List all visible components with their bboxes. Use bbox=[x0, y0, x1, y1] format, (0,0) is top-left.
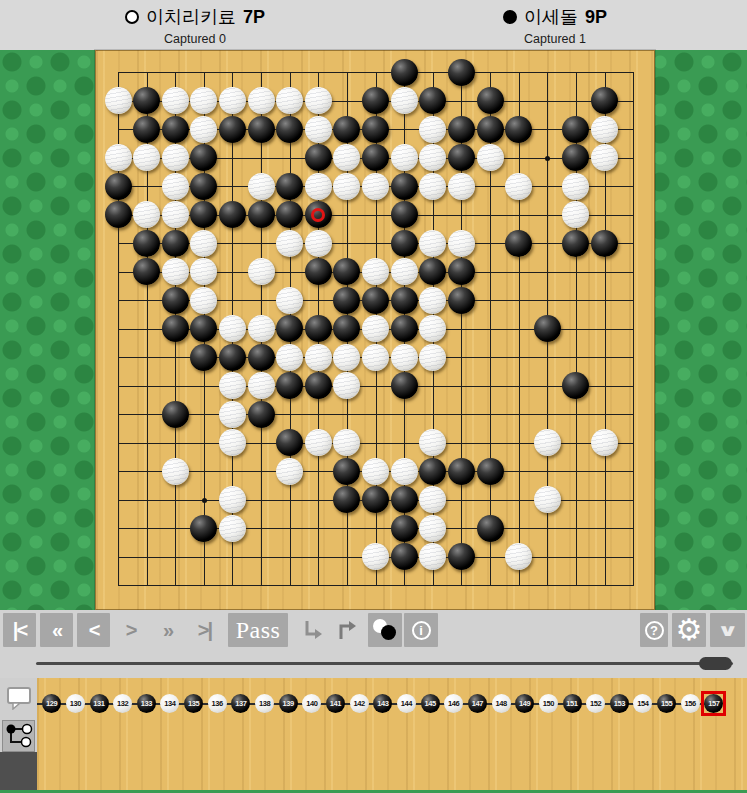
black-player-name: 이세돌 bbox=[524, 5, 578, 29]
board-stone-black-c4r17 bbox=[190, 515, 217, 542]
board-stone-white-c12r18 bbox=[419, 543, 446, 570]
board-stone-white-c6r12 bbox=[248, 372, 275, 399]
board-stone-white-c8r11 bbox=[305, 344, 332, 371]
board-stone-black-c3r9 bbox=[162, 287, 189, 314]
board-stone-white-c7r11 bbox=[276, 344, 303, 371]
goban[interactable] bbox=[95, 50, 655, 610]
board-stone-white-c18r4 bbox=[591, 144, 618, 171]
board-stone-black-c2r3 bbox=[133, 116, 160, 143]
info-icon: i bbox=[412, 621, 431, 640]
board-stone-black-c2r8 bbox=[133, 258, 160, 285]
white-player-rank: 7P bbox=[243, 7, 265, 28]
board-stone-black-c11r16 bbox=[391, 486, 418, 513]
go-review-app: 이치리키료 7P Captured 0 이세돌 9P Captured 1 |<… bbox=[0, 0, 747, 793]
board-stone-black-c17r4 bbox=[562, 144, 589, 171]
board-stone-black-c12r8 bbox=[419, 258, 446, 285]
board-stone-white-c13r5 bbox=[448, 173, 475, 200]
board-stone-black-c9r3 bbox=[333, 116, 360, 143]
sidebar-footer bbox=[0, 752, 37, 790]
move-slider-track[interactable] bbox=[36, 662, 733, 665]
board-stone-white-c3r5 bbox=[162, 173, 189, 200]
grid-line bbox=[118, 585, 634, 586]
branch-up-arrow-icon[interactable] bbox=[332, 613, 364, 647]
board-stone-white-c10r18 bbox=[362, 543, 389, 570]
board-stone-black-c14r2 bbox=[477, 87, 504, 114]
forward-button-icon: > bbox=[126, 620, 136, 640]
board-stone-white-c8r5 bbox=[305, 173, 332, 200]
board-stone-black-c4r6 bbox=[190, 201, 217, 228]
board-stone-black-c2r7 bbox=[133, 230, 160, 257]
board-stone-black-c11r5 bbox=[391, 173, 418, 200]
board-stone-white-c8r2 bbox=[305, 87, 332, 114]
timeline-sidebar bbox=[0, 678, 37, 790]
board-stone-white-c2r4 bbox=[133, 144, 160, 171]
white-player: 이치리키료 7P Captured 0 bbox=[100, 4, 290, 46]
board-stone-white-c2r6 bbox=[133, 201, 160, 228]
board-stone-black-c13r4 bbox=[448, 144, 475, 171]
board-stone-black-c14r15 bbox=[477, 458, 504, 485]
board-stone-black-c3r3 bbox=[162, 116, 189, 143]
board-stone-white-c13r7 bbox=[448, 230, 475, 257]
board-stone-white-c6r5 bbox=[248, 173, 275, 200]
grid-line bbox=[118, 414, 634, 415]
pass-button[interactable]: Pass bbox=[228, 613, 288, 647]
board-stone-black-c17r3 bbox=[562, 116, 589, 143]
board-stone-white-c6r8 bbox=[248, 258, 275, 285]
board-stone-black-c5r11 bbox=[219, 344, 246, 371]
board-stone-white-c17r5 bbox=[562, 173, 589, 200]
chevron-down-icon: ∨ bbox=[716, 620, 738, 641]
board-stone-white-c5r12 bbox=[219, 372, 246, 399]
board-stone-white-c5r10 bbox=[219, 315, 246, 342]
forward-button[interactable]: > bbox=[114, 613, 147, 647]
board-stone-black-c11r9 bbox=[391, 287, 418, 314]
timeline-move-134[interactable]: 134 bbox=[160, 694, 179, 713]
board-stone-black-c7r10 bbox=[276, 315, 303, 342]
board-stone-black-c6r3 bbox=[248, 116, 275, 143]
timeline-move-144[interactable]: 144 bbox=[397, 694, 416, 713]
timeline-move-147[interactable]: 147 bbox=[468, 694, 487, 713]
board-stone-black-c11r18 bbox=[391, 543, 418, 570]
board-stone-black-c5r3 bbox=[219, 116, 246, 143]
black-captured-count: Captured 1 bbox=[524, 32, 586, 46]
board-stone-white-c9r14 bbox=[333, 429, 360, 456]
board-stone-black-c8r8 bbox=[305, 258, 332, 285]
timeline-move-129[interactable]: 129 bbox=[42, 694, 61, 713]
board-stone-black-c10r2 bbox=[362, 87, 389, 114]
board-stone-black-c4r4 bbox=[190, 144, 217, 171]
board-stone-white-c12r11 bbox=[419, 344, 446, 371]
board-stone-black-c12r15 bbox=[419, 458, 446, 485]
collapse-button[interactable]: ∨ bbox=[710, 613, 745, 647]
first-move-button[interactable]: |< bbox=[3, 613, 36, 647]
timeline-move-143[interactable]: 143 bbox=[373, 694, 392, 713]
board-stone-white-c11r2 bbox=[391, 87, 418, 114]
timeline-move-154[interactable]: 154 bbox=[633, 694, 652, 713]
board-stone-white-c9r5 bbox=[333, 173, 360, 200]
timeline-move-142[interactable]: 142 bbox=[350, 694, 369, 713]
timeline-move-151[interactable]: 151 bbox=[563, 694, 582, 713]
board-stone-white-c1r4 bbox=[105, 144, 132, 171]
board-stone-black-c17r7 bbox=[562, 230, 589, 257]
board-stone-white-c12r17 bbox=[419, 515, 446, 542]
board-stone-black-c6r11 bbox=[248, 344, 275, 371]
board-stone-white-c4r2 bbox=[190, 87, 217, 114]
board-stone-white-c18r14 bbox=[591, 429, 618, 456]
board-stone-black-c9r8 bbox=[333, 258, 360, 285]
board-stone-white-c12r4 bbox=[419, 144, 446, 171]
first-move-button-icon: |< bbox=[13, 620, 26, 640]
board-stone-black-c15r7 bbox=[505, 230, 532, 257]
board-stone-black-c10r4 bbox=[362, 144, 389, 171]
help-button[interactable]: ? bbox=[640, 613, 668, 647]
board-stone-white-c4r8 bbox=[190, 258, 217, 285]
board-stone-white-c4r9 bbox=[190, 287, 217, 314]
black-player: 이세돌 9P Captured 1 bbox=[475, 4, 635, 46]
timeline-move-139[interactable]: 139 bbox=[279, 694, 298, 713]
timeline-move-135[interactable]: 135 bbox=[184, 694, 203, 713]
board-stone-black-c9r9 bbox=[333, 287, 360, 314]
timeline-strip[interactable]: 1291301311321331341351361371381391401411… bbox=[37, 678, 747, 790]
board-stone-white-c16r14 bbox=[534, 429, 561, 456]
board-stone-black-c18r7 bbox=[591, 230, 618, 257]
board-stone-black-c7r12 bbox=[276, 372, 303, 399]
board-stone-white-c7r2 bbox=[276, 87, 303, 114]
board-stone-black-c13r3 bbox=[448, 116, 475, 143]
board-stone-black-c18r2 bbox=[591, 87, 618, 114]
white-player-name: 이치리키료 bbox=[146, 5, 236, 29]
board-stone-white-c10r11 bbox=[362, 344, 389, 371]
board-stone-black-c3r13 bbox=[162, 401, 189, 428]
board-stone-white-c5r2 bbox=[219, 87, 246, 114]
fast-back-button-icon: « bbox=[52, 620, 61, 640]
variation-tree-button[interactable] bbox=[2, 720, 35, 752]
board-stone-white-c6r10 bbox=[248, 315, 275, 342]
white-stone-icon bbox=[125, 10, 139, 24]
board-stone-black-c8r6 bbox=[305, 201, 332, 228]
board-stone-black-c7r6 bbox=[276, 201, 303, 228]
board-stone-white-c3r6 bbox=[162, 201, 189, 228]
board-stone-black-c7r5 bbox=[276, 173, 303, 200]
back-button-icon: < bbox=[89, 620, 99, 640]
timeline-move-132[interactable]: 132 bbox=[113, 694, 132, 713]
board-stone-black-c10r9 bbox=[362, 287, 389, 314]
board-stone-white-c12r5 bbox=[419, 173, 446, 200]
board-stone-white-c3r4 bbox=[162, 144, 189, 171]
help-icon: ? bbox=[645, 621, 664, 640]
board-stone-black-c13r18 bbox=[448, 543, 475, 570]
grid-line bbox=[633, 72, 634, 586]
board-stone-black-c11r7 bbox=[391, 230, 418, 257]
board-stone-black-c6r13 bbox=[248, 401, 275, 428]
board-stone-white-c9r12 bbox=[333, 372, 360, 399]
board-stone-black-c2r2 bbox=[133, 87, 160, 114]
board-stone-white-c7r15 bbox=[276, 458, 303, 485]
timeline-move-146[interactable]: 146 bbox=[444, 694, 463, 713]
board-stone-white-c14r4 bbox=[477, 144, 504, 171]
board-stone-white-c12r7 bbox=[419, 230, 446, 257]
black-player-rank: 9P bbox=[585, 7, 607, 28]
board-stone-black-c13r1 bbox=[448, 59, 475, 86]
board-stone-white-c11r4 bbox=[391, 144, 418, 171]
board-stone-black-c8r10 bbox=[305, 315, 332, 342]
board-stone-black-c14r3 bbox=[477, 116, 504, 143]
board-stone-white-c10r5 bbox=[362, 173, 389, 200]
board-stone-white-c5r16 bbox=[219, 486, 246, 513]
board-stone-black-c14r17 bbox=[477, 515, 504, 542]
board-stone-white-c8r3 bbox=[305, 116, 332, 143]
star-point bbox=[545, 156, 550, 161]
board-stone-white-c5r17 bbox=[219, 515, 246, 542]
board-stone-white-c11r15 bbox=[391, 458, 418, 485]
timeline-move-131[interactable]: 131 bbox=[90, 694, 109, 713]
board-stone-black-c10r3 bbox=[362, 116, 389, 143]
board-stone-black-c15r3 bbox=[505, 116, 532, 143]
timeline-move-141[interactable]: 141 bbox=[326, 694, 345, 713]
toggle-black-stone-icon bbox=[381, 625, 396, 640]
board-stone-black-c5r6 bbox=[219, 201, 246, 228]
timeline-move-137[interactable]: 137 bbox=[231, 694, 250, 713]
board-stone-white-c15r18 bbox=[505, 543, 532, 570]
fast-back-button[interactable]: « bbox=[40, 613, 73, 647]
last-move-marker bbox=[311, 208, 325, 222]
board-stone-white-c9r4 bbox=[333, 144, 360, 171]
board-stone-black-c4r11 bbox=[190, 344, 217, 371]
timeline-move-136[interactable]: 136 bbox=[208, 694, 227, 713]
board-stone-white-c12r3 bbox=[419, 116, 446, 143]
branch-down-arrow-icon[interactable] bbox=[296, 613, 328, 647]
timeline-move-145[interactable]: 145 bbox=[421, 694, 440, 713]
board-stone-black-c9r16 bbox=[333, 486, 360, 513]
players-header: 이치리키료 7P Captured 0 이세돌 9P Captured 1 bbox=[0, 0, 747, 50]
board-stone-black-c11r6 bbox=[391, 201, 418, 228]
board-stone-white-c10r10 bbox=[362, 315, 389, 342]
board-stone-white-c3r8 bbox=[162, 258, 189, 285]
board-stone-black-c1r5 bbox=[105, 173, 132, 200]
move-timeline: 1291301311321331341351361371381391401411… bbox=[0, 678, 747, 790]
info-button[interactable]: i bbox=[404, 613, 438, 647]
board-stone-black-c11r17 bbox=[391, 515, 418, 542]
board-stone-white-c6r2 bbox=[248, 87, 275, 114]
board-stone-black-c7r3 bbox=[276, 116, 303, 143]
timeline-move-149[interactable]: 149 bbox=[515, 694, 534, 713]
back-button[interactable]: < bbox=[77, 613, 110, 647]
timeline-move-155[interactable]: 155 bbox=[657, 694, 676, 713]
timeline-move-150[interactable]: 150 bbox=[539, 694, 558, 713]
board-stone-black-c16r10 bbox=[534, 315, 561, 342]
board-stone-black-c4r10 bbox=[190, 315, 217, 342]
fast-forward-button-icon: » bbox=[163, 620, 172, 640]
white-captured-count: Captured 0 bbox=[164, 32, 226, 46]
timeline-move-153[interactable]: 153 bbox=[610, 694, 629, 713]
board-stone-black-c7r14 bbox=[276, 429, 303, 456]
timeline-move-148[interactable]: 148 bbox=[492, 694, 511, 713]
board-stone-black-c6r6 bbox=[248, 201, 275, 228]
settings-button[interactable]: ⚙ bbox=[672, 613, 706, 647]
board-stone-white-c12r10 bbox=[419, 315, 446, 342]
board-stone-white-c11r11 bbox=[391, 344, 418, 371]
board-stone-black-c12r2 bbox=[419, 87, 446, 114]
board-stone-black-c11r12 bbox=[391, 372, 418, 399]
comments-button[interactable] bbox=[2, 683, 35, 713]
board-stone-white-c7r9 bbox=[276, 287, 303, 314]
board-stone-white-c17r6 bbox=[562, 201, 589, 228]
board-stone-black-c8r12 bbox=[305, 372, 332, 399]
board-stone-black-c3r7 bbox=[162, 230, 189, 257]
board-stone-white-c7r7 bbox=[276, 230, 303, 257]
board-stone-black-c17r12 bbox=[562, 372, 589, 399]
board-stone-white-c5r14 bbox=[219, 429, 246, 456]
board-stone-white-c4r7 bbox=[190, 230, 217, 257]
board-stone-white-c1r2 bbox=[105, 87, 132, 114]
move-slider-handle[interactable] bbox=[699, 657, 732, 670]
star-point bbox=[202, 498, 207, 503]
grid-line bbox=[118, 386, 634, 387]
board-stone-white-c5r13 bbox=[219, 401, 246, 428]
board-stone-white-c16r16 bbox=[534, 486, 561, 513]
board-stone-white-c10r8 bbox=[362, 258, 389, 285]
chat-bubble-icon bbox=[6, 686, 32, 710]
timeline-move-156[interactable]: 156 bbox=[681, 694, 700, 713]
timeline-move-152[interactable]: 152 bbox=[586, 694, 605, 713]
board-stone-white-c18r3 bbox=[591, 116, 618, 143]
board-stone-black-c4r5 bbox=[190, 173, 217, 200]
board-stone-white-c8r14 bbox=[305, 429, 332, 456]
board-stone-black-c13r8 bbox=[448, 258, 475, 285]
black-stone-icon bbox=[503, 10, 517, 24]
board-stone-white-c11r8 bbox=[391, 258, 418, 285]
board-stone-white-c9r11 bbox=[333, 344, 360, 371]
timeline-move-130[interactable]: 130 bbox=[66, 694, 85, 713]
board-stone-white-c4r3 bbox=[190, 116, 217, 143]
board-stone-white-c3r15 bbox=[162, 458, 189, 485]
last-move-button-icon: >| bbox=[198, 620, 211, 640]
board-stone-black-c9r10 bbox=[333, 315, 360, 342]
board-stone-black-c11r10 bbox=[391, 315, 418, 342]
board-stone-black-c13r9 bbox=[448, 287, 475, 314]
board-stone-black-c3r10 bbox=[162, 315, 189, 342]
timeline-move-140[interactable]: 140 bbox=[302, 694, 321, 713]
timeline-move-133[interactable]: 133 bbox=[137, 694, 156, 713]
timeline-move-138[interactable]: 138 bbox=[255, 694, 274, 713]
board-stone-white-c8r7 bbox=[305, 230, 332, 257]
board-stone-black-c9r15 bbox=[333, 458, 360, 485]
grid-line bbox=[519, 72, 520, 586]
board-stone-black-c10r16 bbox=[362, 486, 389, 513]
gear-icon: ⚙ bbox=[676, 615, 703, 645]
board-stone-black-c11r1 bbox=[391, 59, 418, 86]
last-move-button[interactable]: >| bbox=[188, 613, 221, 647]
board-stone-black-c13r15 bbox=[448, 458, 475, 485]
board-stone-white-c12r9 bbox=[419, 287, 446, 314]
board-stone-white-c15r5 bbox=[505, 173, 532, 200]
board-stone-white-c10r15 bbox=[362, 458, 389, 485]
toolbar: |<«<>»>| Pass i ? ⚙ ∨ bbox=[0, 610, 747, 678]
toggle-stone-color-button[interactable] bbox=[368, 613, 402, 647]
variation-tree-icon bbox=[4, 722, 34, 750]
board-stone-white-c12r16 bbox=[419, 486, 446, 513]
board-stone-black-c8r4 bbox=[305, 144, 332, 171]
board-stone-white-c3r2 bbox=[162, 87, 189, 114]
fast-forward-button[interactable]: » bbox=[151, 613, 184, 647]
board-stone-white-c12r14 bbox=[419, 429, 446, 456]
board-stone-black-c1r6 bbox=[105, 201, 132, 228]
